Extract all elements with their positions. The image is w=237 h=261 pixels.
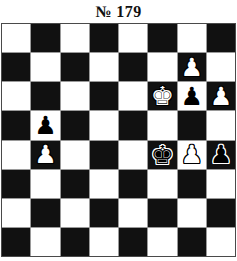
square-g1[interactable] xyxy=(178,228,206,256)
square-d7[interactable] xyxy=(90,53,118,81)
piece-white-pawn: ♟ xyxy=(210,84,232,109)
square-c3[interactable] xyxy=(61,170,89,198)
chess-diagram-page: № 179 ♟♚♟♟♟♟♚♟♟ xyxy=(0,0,237,261)
square-d8[interactable] xyxy=(90,24,118,52)
square-f8[interactable] xyxy=(148,24,176,52)
square-e4[interactable] xyxy=(119,141,147,169)
square-f3[interactable] xyxy=(148,170,176,198)
square-g2[interactable] xyxy=(178,199,206,227)
square-b2[interactable] xyxy=(31,199,59,227)
piece-white-pawn: ♟ xyxy=(34,142,56,167)
piece-white-pawn: ♟ xyxy=(180,55,202,80)
square-h4[interactable]: ♟ xyxy=(207,141,235,169)
square-g6[interactable]: ♟ xyxy=(178,82,206,110)
square-h3[interactable] xyxy=(207,170,235,198)
square-h1[interactable] xyxy=(207,228,235,256)
square-h8[interactable] xyxy=(207,24,235,52)
diagram-title: № 179 xyxy=(0,0,237,23)
square-b8[interactable] xyxy=(31,24,59,52)
piece-black-pawn: ♟ xyxy=(34,113,56,138)
square-a7[interactable] xyxy=(2,53,30,81)
square-e3[interactable] xyxy=(119,170,147,198)
piece-white-pawn: ♟ xyxy=(180,142,202,167)
square-f5[interactable] xyxy=(148,111,176,139)
square-c6[interactable] xyxy=(61,82,89,110)
square-c4[interactable] xyxy=(61,141,89,169)
square-f4[interactable]: ♚ xyxy=(148,141,176,169)
square-a1[interactable] xyxy=(2,228,30,256)
square-c5[interactable] xyxy=(61,111,89,139)
square-a2[interactable] xyxy=(2,199,30,227)
square-g3[interactable] xyxy=(178,170,206,198)
square-b1[interactable] xyxy=(31,228,59,256)
square-c2[interactable] xyxy=(61,199,89,227)
square-f1[interactable] xyxy=(148,228,176,256)
square-b7[interactable] xyxy=(31,53,59,81)
square-a4[interactable] xyxy=(2,141,30,169)
square-a3[interactable] xyxy=(2,170,30,198)
square-d4[interactable] xyxy=(90,141,118,169)
piece-black-pawn: ♟ xyxy=(210,142,232,167)
square-h6[interactable]: ♟ xyxy=(207,82,235,110)
square-f2[interactable] xyxy=(148,199,176,227)
square-f7[interactable] xyxy=(148,53,176,81)
square-b4[interactable]: ♟ xyxy=(31,141,59,169)
square-e7[interactable] xyxy=(119,53,147,81)
square-d5[interactable] xyxy=(90,111,118,139)
square-e6[interactable] xyxy=(119,82,147,110)
square-g8[interactable] xyxy=(178,24,206,52)
square-f6[interactable]: ♚ xyxy=(148,82,176,110)
square-e1[interactable] xyxy=(119,228,147,256)
square-e5[interactable] xyxy=(119,111,147,139)
square-g4[interactable]: ♟ xyxy=(178,141,206,169)
square-c8[interactable] xyxy=(61,24,89,52)
square-b3[interactable] xyxy=(31,170,59,198)
piece-black-king: ♚ xyxy=(151,142,174,168)
piece-black-pawn: ♟ xyxy=(180,84,202,109)
square-h5[interactable] xyxy=(207,111,235,139)
square-c7[interactable] xyxy=(61,53,89,81)
piece-white-king: ♚ xyxy=(151,83,174,109)
square-d3[interactable] xyxy=(90,170,118,198)
square-a5[interactable] xyxy=(2,111,30,139)
square-g5[interactable] xyxy=(178,111,206,139)
square-d2[interactable] xyxy=(90,199,118,227)
chess-board: ♟♚♟♟♟♟♚♟♟ xyxy=(1,23,236,257)
square-b5[interactable]: ♟ xyxy=(31,111,59,139)
square-d1[interactable] xyxy=(90,228,118,256)
square-h7[interactable] xyxy=(207,53,235,81)
square-e8[interactable] xyxy=(119,24,147,52)
square-a6[interactable] xyxy=(2,82,30,110)
square-a8[interactable] xyxy=(2,24,30,52)
square-e2[interactable] xyxy=(119,199,147,227)
square-h2[interactable] xyxy=(207,199,235,227)
square-c1[interactable] xyxy=(61,228,89,256)
square-d6[interactable] xyxy=(90,82,118,110)
square-g7[interactable]: ♟ xyxy=(178,53,206,81)
square-b6[interactable] xyxy=(31,82,59,110)
